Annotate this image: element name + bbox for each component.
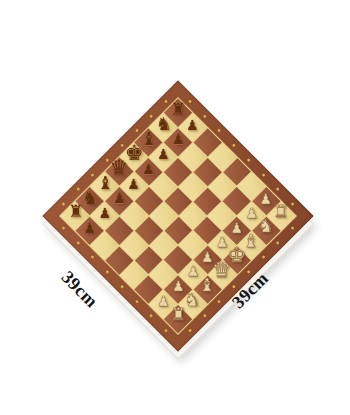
stud-icon xyxy=(232,285,236,289)
stud-icon xyxy=(149,114,153,118)
stud-icon xyxy=(120,143,124,147)
stud-icon xyxy=(261,173,265,177)
stud-icon xyxy=(232,143,236,147)
stud-icon xyxy=(61,202,65,206)
stud-icon xyxy=(276,240,280,244)
stud-icon xyxy=(276,187,280,191)
stud-icon xyxy=(202,314,206,318)
stud-icon xyxy=(291,226,295,230)
stud-icon xyxy=(76,187,80,191)
stud-icon xyxy=(164,329,168,333)
stud-icon xyxy=(247,158,251,162)
stud-icon xyxy=(164,99,168,103)
stud-icon xyxy=(120,285,124,289)
stud-icon xyxy=(135,129,139,133)
stud-icon xyxy=(188,329,192,333)
stud-icon xyxy=(91,255,95,259)
stud-icon xyxy=(291,202,295,206)
stud-icon xyxy=(105,158,109,162)
chess-board: ♜♞♝♛♚♝♞♜♟♟♟♟♟♟♟♟♟♟♟♟♟♟♟♟♜♞♝♛♚♝♞♜ xyxy=(42,80,314,352)
stud-icon xyxy=(135,299,139,303)
stud-icon xyxy=(247,270,251,274)
stud-icon xyxy=(217,129,221,133)
stud-icon xyxy=(188,99,192,103)
stud-icon xyxy=(61,226,65,230)
stud-icon xyxy=(76,240,80,244)
stud-icon xyxy=(149,314,153,318)
product-photo: ♜♞♝♛♚♝♞♜♟♟♟♟♟♟♟♟♟♟♟♟♟♟♟♟♜♞♝♛♚♝♞♜ 39cm 39… xyxy=(0,0,350,415)
stud-icon xyxy=(217,299,221,303)
stud-icon xyxy=(261,255,265,259)
stud-icon xyxy=(105,270,109,274)
stud-icon xyxy=(202,114,206,118)
stud-icon xyxy=(91,173,95,177)
